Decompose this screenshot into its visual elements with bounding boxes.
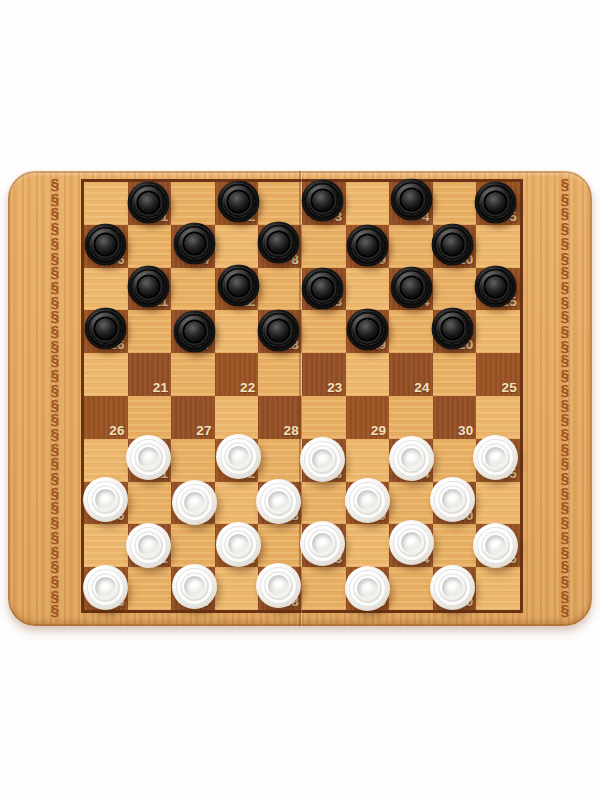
black-checker-19[interactable] <box>347 308 389 350</box>
square-19[interactable]: 19 <box>346 310 390 353</box>
light-square <box>258 182 302 225</box>
white-checker-43[interactable] <box>300 521 345 566</box>
black-checker-9[interactable] <box>347 225 389 267</box>
square-number: 25 <box>502 380 517 395</box>
square-16[interactable]: 16 <box>84 310 128 353</box>
square-number: 23 <box>327 380 342 395</box>
black-checker-17[interactable] <box>173 310 215 352</box>
white-checker-41[interactable] <box>126 523 171 568</box>
black-checker-13[interactable] <box>301 267 343 309</box>
white-checker-31[interactable] <box>126 435 171 480</box>
light-square <box>215 310 259 353</box>
white-checker-50[interactable] <box>430 565 475 610</box>
square-49[interactable]: 49 <box>346 567 390 610</box>
square-number: 22 <box>240 380 255 395</box>
playing-field: 1234567891011121314151617181920212223242… <box>84 182 520 610</box>
light-square <box>433 524 477 567</box>
square-35[interactable]: 35 <box>476 439 520 482</box>
square-number: 21 <box>153 380 168 395</box>
light-square <box>258 353 302 396</box>
light-square <box>128 310 172 353</box>
square-22[interactable]: 22 <box>215 353 259 396</box>
draughts-board: § § § § § § § § § § § § § § § § § § § § … <box>8 171 592 626</box>
light-square <box>433 268 477 311</box>
square-37[interactable]: 37 <box>171 482 215 525</box>
black-checker-4[interactable] <box>390 179 432 221</box>
square-39[interactable]: 39 <box>346 482 390 525</box>
square-42[interactable]: 42 <box>215 524 259 567</box>
light-square <box>171 353 215 396</box>
square-50[interactable]: 50 <box>433 567 477 610</box>
light-square <box>389 225 433 268</box>
light-square <box>258 439 302 482</box>
black-checker-18[interactable] <box>258 309 300 351</box>
white-checker-33[interactable] <box>300 437 345 482</box>
light-square <box>258 268 302 311</box>
light-square <box>84 524 128 567</box>
light-square <box>258 524 302 567</box>
square-46[interactable]: 46 <box>84 567 128 610</box>
square-7[interactable]: 7 <box>171 225 215 268</box>
square-5[interactable]: 5 <box>476 182 520 225</box>
light-square <box>476 225 520 268</box>
playing-field-border: 1234567891011121314151617181920212223242… <box>81 179 523 613</box>
square-12[interactable]: 12 <box>215 268 259 311</box>
square-41[interactable]: 41 <box>128 524 172 567</box>
square-number: 26 <box>109 423 124 438</box>
light-square <box>346 268 390 311</box>
light-square <box>84 268 128 311</box>
light-square <box>302 482 346 525</box>
filigree-ornament-left: § § § § § § § § § § § § § § § § § § § § … <box>42 177 68 620</box>
square-8[interactable]: 8 <box>258 225 302 268</box>
square-24[interactable]: 24 <box>389 353 433 396</box>
square-44[interactable]: 44 <box>389 524 433 567</box>
light-square <box>302 567 346 610</box>
square-26[interactable]: 26 <box>84 396 128 439</box>
square-9[interactable]: 9 <box>346 225 390 268</box>
black-checker-8[interactable] <box>258 222 300 264</box>
light-square <box>433 353 477 396</box>
light-square <box>128 225 172 268</box>
black-checker-5[interactable] <box>475 182 517 224</box>
black-checker-6[interactable] <box>84 224 126 266</box>
square-number: 30 <box>458 423 473 438</box>
square-43[interactable]: 43 <box>302 524 346 567</box>
light-square <box>128 396 172 439</box>
square-11[interactable]: 11 <box>128 268 172 311</box>
square-14[interactable]: 14 <box>389 268 433 311</box>
white-checker-35[interactable] <box>473 435 518 480</box>
white-checker-34[interactable] <box>389 436 434 481</box>
light-square <box>215 482 259 525</box>
black-checker-3[interactable] <box>301 180 343 222</box>
square-48[interactable]: 48 <box>258 567 302 610</box>
light-square <box>171 439 215 482</box>
square-29[interactable]: 29 <box>346 396 390 439</box>
white-checker-39[interactable] <box>345 478 390 523</box>
light-square <box>171 524 215 567</box>
square-21[interactable]: 21 <box>128 353 172 396</box>
square-4[interactable]: 4 <box>389 182 433 225</box>
square-33[interactable]: 33 <box>302 439 346 482</box>
white-checker-40[interactable] <box>430 477 475 522</box>
black-checker-2[interactable] <box>217 181 259 223</box>
square-34[interactable]: 34 <box>389 439 433 482</box>
light-square <box>346 353 390 396</box>
light-square <box>389 310 433 353</box>
black-checker-20[interactable] <box>431 307 473 349</box>
square-number: 29 <box>371 423 386 438</box>
white-checker-49[interactable] <box>345 566 390 611</box>
light-square <box>171 268 215 311</box>
light-square <box>476 396 520 439</box>
square-3[interactable]: 3 <box>302 182 346 225</box>
square-31[interactable]: 31 <box>128 439 172 482</box>
black-checker-14[interactable] <box>390 266 432 308</box>
light-square <box>346 439 390 482</box>
light-square <box>389 482 433 525</box>
white-checker-42[interactable] <box>216 522 261 567</box>
white-checker-36[interactable] <box>83 477 128 522</box>
square-17[interactable]: 17 <box>171 310 215 353</box>
black-checker-10[interactable] <box>431 224 473 266</box>
square-number: 27 <box>196 423 211 438</box>
square-27[interactable]: 27 <box>171 396 215 439</box>
light-square <box>171 182 215 225</box>
square-47[interactable]: 47 <box>171 567 215 610</box>
square-40[interactable]: 40 <box>433 482 477 525</box>
white-checker-37[interactable] <box>172 480 217 525</box>
white-checker-45[interactable] <box>473 523 518 568</box>
white-checker-47[interactable] <box>172 564 217 609</box>
square-20[interactable]: 20 <box>433 310 477 353</box>
black-checker-1[interactable] <box>128 182 170 224</box>
square-6[interactable]: 6 <box>84 225 128 268</box>
light-square <box>128 567 172 610</box>
photo-stage: § § § § § § § § § § § § § § § § § § § § … <box>0 0 600 800</box>
square-number: 24 <box>414 380 429 395</box>
square-32[interactable]: 32 <box>215 439 259 482</box>
black-checker-11[interactable] <box>128 265 170 307</box>
light-square <box>476 567 520 610</box>
light-square <box>84 353 128 396</box>
square-38[interactable]: 38 <box>258 482 302 525</box>
square-25[interactable]: 25 <box>476 353 520 396</box>
light-square <box>389 567 433 610</box>
square-1[interactable]: 1 <box>128 182 172 225</box>
white-checker-46[interactable] <box>83 565 128 610</box>
white-checker-48[interactable] <box>256 563 301 608</box>
square-36[interactable]: 36 <box>84 482 128 525</box>
light-square <box>433 182 477 225</box>
light-square <box>433 439 477 482</box>
light-square <box>346 524 390 567</box>
light-square <box>389 396 433 439</box>
light-square <box>84 182 128 225</box>
square-23[interactable]: 23 <box>302 353 346 396</box>
white-checker-38[interactable] <box>256 479 301 524</box>
square-45[interactable]: 45 <box>476 524 520 567</box>
black-checker-12[interactable] <box>217 264 259 306</box>
filigree-ornament-right: § § § § § § § § § § § § § § § § § § § § … <box>552 177 578 620</box>
black-checker-16[interactable] <box>84 307 126 349</box>
square-2[interactable]: 2 <box>215 182 259 225</box>
light-square <box>215 396 259 439</box>
square-30[interactable]: 30 <box>433 396 477 439</box>
square-15[interactable]: 15 <box>476 268 520 311</box>
square-10[interactable]: 10 <box>433 225 477 268</box>
light-square <box>215 225 259 268</box>
light-square <box>476 310 520 353</box>
light-square <box>302 225 346 268</box>
black-checker-15[interactable] <box>475 265 517 307</box>
square-18[interactable]: 18 <box>258 310 302 353</box>
light-square <box>215 567 259 610</box>
light-square <box>84 439 128 482</box>
light-square <box>128 482 172 525</box>
square-28[interactable]: 28 <box>258 396 302 439</box>
light-square <box>476 482 520 525</box>
black-checker-7[interactable] <box>173 223 215 265</box>
light-square <box>302 310 346 353</box>
white-checker-32[interactable] <box>216 434 261 479</box>
light-square <box>302 396 346 439</box>
square-13[interactable]: 13 <box>302 268 346 311</box>
square-number: 28 <box>284 423 299 438</box>
light-square <box>346 182 390 225</box>
white-checker-44[interactable] <box>389 520 434 565</box>
